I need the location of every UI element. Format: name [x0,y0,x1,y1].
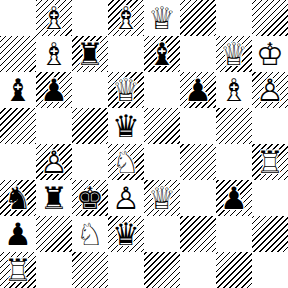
piece-glyph: ♟ [0,216,36,252]
piece-glyph: ♘ [108,144,144,180]
black-pawn-piece-icon[interactable]: ♟♟ [36,72,72,108]
square-b2[interactable] [36,216,72,252]
square-a8[interactable] [0,0,36,36]
square-e2[interactable] [144,216,180,252]
square-b4[interactable]: ♟♙ [36,144,72,180]
piece-glyph: ♔ [252,36,288,72]
square-a5[interactable] [0,108,36,144]
white-queen-piece-icon[interactable]: ♛♕ [144,0,180,36]
square-g6[interactable]: ♝♗ [216,72,252,108]
square-e5[interactable] [144,108,180,144]
square-h8[interactable] [252,0,288,36]
piece-glyph: ♙ [108,180,144,216]
white-queen-piece-icon[interactable]: ♛♕ [108,72,144,108]
black-knight-piece-icon[interactable]: ♞♞ [0,180,36,216]
square-d4[interactable]: ♞♘ [108,144,144,180]
piece-glyph: ♖ [0,252,36,288]
square-g1[interactable] [216,252,252,288]
piece-glyph: ♚ [72,180,108,216]
black-king-piece-icon[interactable]: ♚♚ [72,180,108,216]
square-e1[interactable] [144,252,180,288]
black-bishop-piece-icon[interactable]: ♝♝ [0,72,36,108]
square-c3[interactable]: ♚♚ [72,180,108,216]
white-rook-piece-icon[interactable]: ♜♖ [0,252,36,288]
square-g8[interactable] [216,0,252,36]
black-rook-piece-icon[interactable]: ♜♜ [72,36,108,72]
square-d7[interactable] [108,36,144,72]
square-e4[interactable] [144,144,180,180]
square-g4[interactable] [216,144,252,180]
square-b5[interactable] [36,108,72,144]
white-pawn-piece-icon[interactable]: ♟♙ [108,180,144,216]
square-f1[interactable] [180,252,216,288]
black-rook-piece-icon[interactable]: ♜♜ [36,180,72,216]
square-g2[interactable] [216,216,252,252]
piece-glyph: ♟ [36,72,72,108]
square-c5[interactable] [72,108,108,144]
square-e6[interactable] [144,72,180,108]
piece-glyph: ♟ [216,180,252,216]
white-queen-piece-icon[interactable]: ♛♕ [216,36,252,72]
square-f6[interactable]: ♟♟ [180,72,216,108]
piece-glyph: ♕ [144,0,180,36]
white-bishop-piece-icon[interactable]: ♝♗ [36,0,72,36]
piece-glyph: ♙ [36,144,72,180]
piece-glyph: ♗ [108,0,144,36]
black-queen-piece-icon[interactable]: ♛♛ [108,108,144,144]
square-b7[interactable]: ♝♗ [36,36,72,72]
white-knight-piece-icon[interactable]: ♞♘ [108,144,144,180]
square-g7[interactable]: ♛♕ [216,36,252,72]
square-b8[interactable]: ♝♗ [36,0,72,36]
piece-glyph: ♕ [216,36,252,72]
square-h5[interactable] [252,108,288,144]
square-b6[interactable]: ♟♟ [36,72,72,108]
black-queen-piece-icon[interactable]: ♛♛ [108,216,144,252]
square-h4[interactable]: ♜♖ [252,144,288,180]
chess-board: ♝♗♝♗♛♕♝♗♜♜♝♝♛♕♚♔♝♝♟♟♛♕♟♟♝♗♟♙♛♛♟♙♞♘♜♖♞♞♜♜… [0,0,288,288]
piece-glyph: ♞ [0,180,36,216]
square-f5[interactable] [180,108,216,144]
square-a1[interactable]: ♜♖ [0,252,36,288]
white-rook-piece-icon[interactable]: ♜♖ [252,144,288,180]
square-a7[interactable] [0,36,36,72]
white-pawn-piece-icon[interactable]: ♟♙ [36,144,72,180]
square-f3[interactable] [180,180,216,216]
white-queen-piece-icon[interactable]: ♛♕ [144,180,180,216]
square-f7[interactable] [180,36,216,72]
white-bishop-piece-icon[interactable]: ♝♗ [36,36,72,72]
piece-glyph: ♜ [72,36,108,72]
square-h6[interactable]: ♟♙ [252,72,288,108]
black-pawn-piece-icon[interactable]: ♟♟ [0,216,36,252]
black-pawn-piece-icon[interactable]: ♟♟ [216,180,252,216]
piece-glyph: ♘ [72,216,108,252]
square-a3[interactable]: ♞♞ [0,180,36,216]
white-knight-piece-icon[interactable]: ♞♘ [72,216,108,252]
white-king-piece-icon[interactable]: ♚♔ [252,36,288,72]
square-a4[interactable] [0,144,36,180]
piece-glyph: ♕ [108,72,144,108]
square-h7[interactable]: ♚♔ [252,36,288,72]
piece-glyph: ♛ [108,216,144,252]
white-bishop-piece-icon[interactable]: ♝♗ [216,72,252,108]
square-d5[interactable]: ♛♛ [108,108,144,144]
white-pawn-piece-icon[interactable]: ♟♙ [252,72,288,108]
black-bishop-piece-icon[interactable]: ♝♝ [144,36,180,72]
white-bishop-piece-icon[interactable]: ♝♗ [108,0,144,36]
piece-glyph: ♟ [180,72,216,108]
piece-glyph: ♜ [36,180,72,216]
square-g3[interactable]: ♟♟ [216,180,252,216]
square-c7[interactable]: ♜♜ [72,36,108,72]
square-d8[interactable]: ♝♗ [108,0,144,36]
piece-glyph: ♗ [36,0,72,36]
piece-glyph: ♙ [252,72,288,108]
square-h1[interactable] [252,252,288,288]
square-c6[interactable] [72,72,108,108]
square-f4[interactable] [180,144,216,180]
square-a6[interactable]: ♝♝ [0,72,36,108]
piece-glyph: ♗ [216,72,252,108]
square-d2[interactable]: ♛♛ [108,216,144,252]
piece-glyph: ♝ [144,36,180,72]
piece-glyph: ♝ [0,72,36,108]
square-h3[interactable] [252,180,288,216]
piece-glyph: ♛ [108,108,144,144]
square-f8[interactable] [180,0,216,36]
square-a2[interactable]: ♟♟ [0,216,36,252]
square-b1[interactable] [36,252,72,288]
square-d3[interactable]: ♟♙ [108,180,144,216]
square-e7[interactable]: ♝♝ [144,36,180,72]
square-h2[interactable] [252,216,288,252]
square-e3[interactable]: ♛♕ [144,180,180,216]
piece-glyph: ♖ [252,144,288,180]
piece-glyph: ♗ [36,36,72,72]
square-d6[interactable]: ♛♕ [108,72,144,108]
square-f2[interactable] [180,216,216,252]
square-c1[interactable] [72,252,108,288]
piece-glyph: ♕ [144,180,180,216]
square-c2[interactable]: ♞♘ [72,216,108,252]
square-g5[interactable] [216,108,252,144]
square-d1[interactable] [108,252,144,288]
black-pawn-piece-icon[interactable]: ♟♟ [180,72,216,108]
square-c8[interactable] [72,0,108,36]
square-c4[interactable] [72,144,108,180]
square-e8[interactable]: ♛♕ [144,0,180,36]
square-b3[interactable]: ♜♜ [36,180,72,216]
